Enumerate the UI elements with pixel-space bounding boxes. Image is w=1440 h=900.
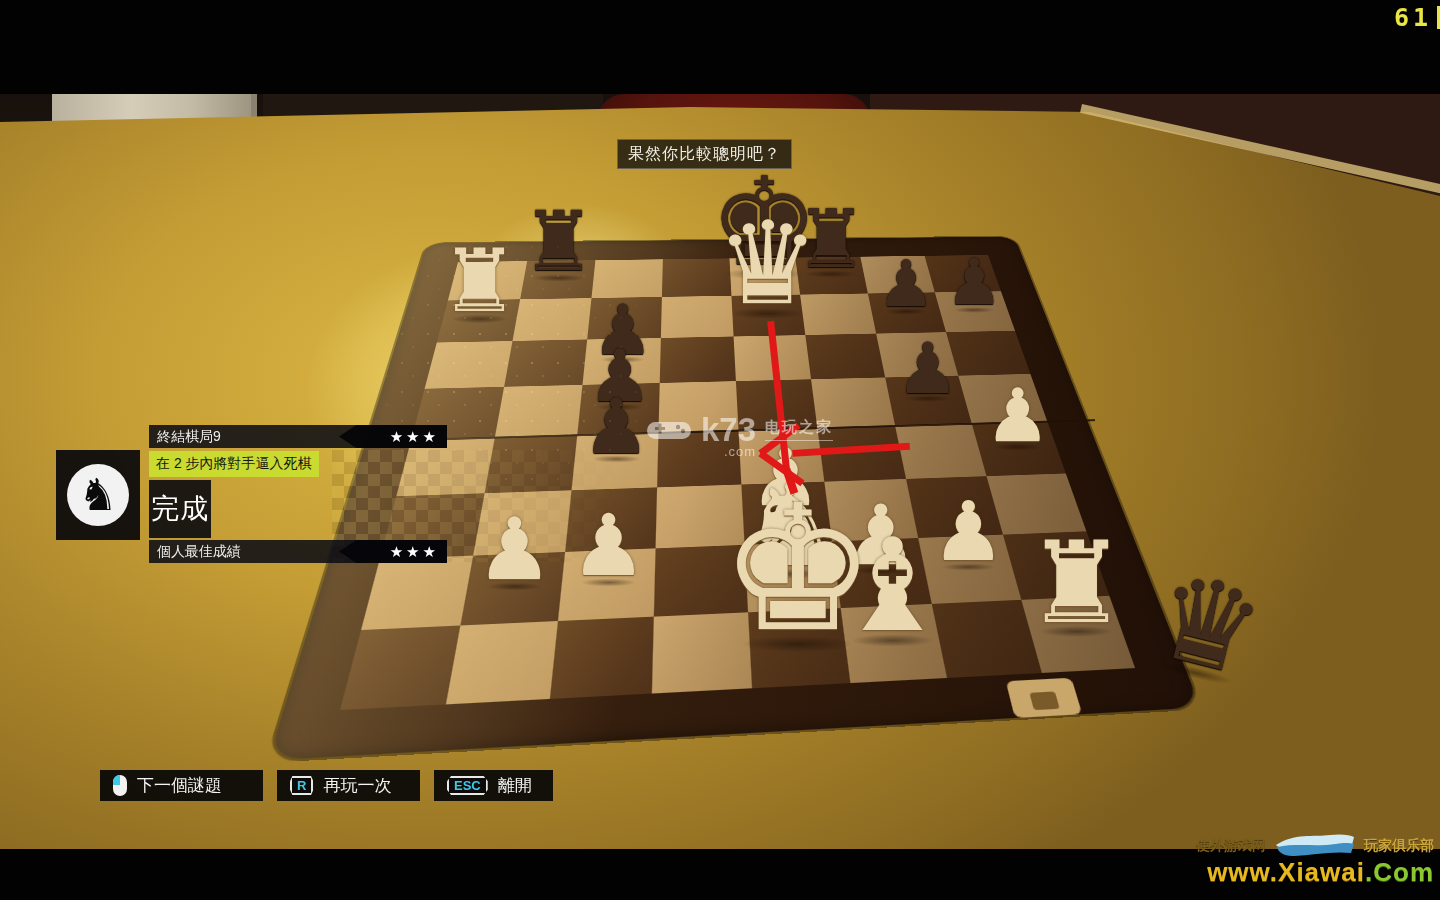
next-puzzle-label: 下一個謎題 <box>137 774 222 797</box>
piece-white-queen-e7[interactable]: ♛ <box>710 207 825 322</box>
watermark-corner: 使外游戏网 玩家俱乐部 www.Xiawai.Com <box>1196 834 1434 885</box>
piece-white-rook-a7[interactable]: ♜ <box>436 238 523 325</box>
mouse-icon <box>113 775 127 796</box>
objective-banner: 在 2 步內將對手逼入死棋 <box>149 451 319 477</box>
square-b7[interactable] <box>512 298 591 341</box>
watermark-tagline: 电玩之家 <box>765 418 833 441</box>
key-esc-icon: ESC <box>447 776 488 795</box>
key-r-icon: R <box>290 776 313 795</box>
knight-badge-icon: ♞ <box>67 464 129 526</box>
square-f6[interactable] <box>805 334 885 380</box>
piece-white-pawn-c2[interactable]: ♟ <box>566 503 651 588</box>
square-b1[interactable] <box>446 621 558 704</box>
piece-black-pawn-g7[interactable]: ♟ <box>874 252 938 316</box>
piece-black-rook-b8[interactable]: ♜ <box>517 201 600 284</box>
piece-white-pawn-b2[interactable]: ♟ <box>472 507 558 593</box>
piece-black-pawn-c4[interactable]: ♟ <box>578 389 654 465</box>
best-score-bar: 個人最佳成績 ★★★ <box>149 540 447 563</box>
square-b6[interactable] <box>504 339 587 386</box>
square-b5[interactable] <box>495 385 583 437</box>
speech-bubble: 果然你比較聰明吧？ <box>617 139 792 169</box>
exit-label: 離開 <box>498 774 532 797</box>
replay-label: 再玩一次 <box>323 774 391 797</box>
puzzle-icon-box: ♞ <box>56 450 140 540</box>
status-complete: 完成 <box>149 480 211 538</box>
square-c1[interactable] <box>550 617 654 699</box>
piece-black-pawn-h7[interactable]: ♟ <box>942 251 1006 315</box>
best-score-label: 個人最佳成績 <box>157 543 241 561</box>
corner-url-suffix: .Com <box>1365 857 1434 887</box>
square-a2[interactable] <box>361 556 473 630</box>
square-d6[interactable] <box>660 336 736 382</box>
square-g4[interactable] <box>895 423 986 478</box>
watermark-site: k73 <box>701 416 756 444</box>
square-a1[interactable] <box>340 625 460 710</box>
square-b4[interactable] <box>485 435 578 493</box>
piece-white-king-e1[interactable]: ♚ <box>711 483 885 657</box>
piece-white-pawn-h4[interactable]: ♟ <box>981 379 1055 453</box>
square-a6[interactable] <box>425 341 513 389</box>
fps-counter: 61 <box>1394 3 1432 32</box>
piece-black-pawn-g5[interactable]: ♟ <box>892 334 962 404</box>
next-puzzle-button[interactable]: 下一個謎題 <box>100 770 263 801</box>
replay-button[interactable]: R 再玩一次 <box>277 770 420 801</box>
puzzle-title: 終結棋局9 <box>157 428 221 446</box>
exit-button[interactable]: ESC 離開 <box>434 770 553 801</box>
letterbox-top <box>0 0 1440 94</box>
puzzle-title-bar: 終結棋局9 ★★★ <box>149 425 447 448</box>
game-screen: ♜♚♜♟♟♟♟♟♟♜♛♟♟♞♟♟♟♟♚♝♜♛ k73 .com 电玩之家 ♞ 終… <box>0 0 1440 900</box>
best-score-stars: ★★★ <box>339 540 447 563</box>
puzzle-stars: ★★★ <box>339 425 447 448</box>
square-e6[interactable] <box>734 335 811 381</box>
corner-club-name: 玩家俱乐部 <box>1364 837 1434 855</box>
gamepad-icon <box>646 416 692 444</box>
corner-url-main: www.Xiawai <box>1207 857 1365 887</box>
watermark-center: k73 .com 电玩之家 <box>646 416 833 459</box>
corner-site-name: 使外游戏网 <box>1196 837 1266 855</box>
board-latch <box>1006 678 1083 718</box>
piece-white-rook-h1[interactable]: ♜ <box>1020 527 1133 640</box>
